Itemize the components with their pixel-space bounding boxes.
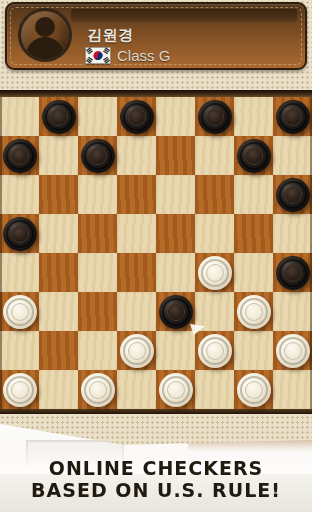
square-32[interactable]	[234, 370, 273, 409]
square-12[interactable]	[273, 175, 312, 214]
black-man[interactable]	[120, 100, 154, 134]
square-r5c3	[78, 253, 117, 292]
player-name: 김원경	[87, 26, 134, 45]
black-man[interactable]	[276, 100, 310, 134]
black-man[interactable]	[159, 295, 193, 329]
square-r8c4	[117, 370, 156, 409]
square-r1c7	[234, 97, 273, 136]
square-r5c1	[0, 253, 39, 292]
black-man[interactable]	[237, 139, 271, 173]
avatar[interactable]	[18, 8, 72, 62]
square-5[interactable]	[0, 136, 39, 175]
board-frame-top	[0, 90, 312, 97]
square-8[interactable]	[234, 136, 273, 175]
square-r5c7	[234, 253, 273, 292]
square-11[interactable]	[195, 175, 234, 214]
square-2[interactable]	[117, 97, 156, 136]
square-6[interactable]	[78, 136, 117, 175]
black-man[interactable]	[198, 100, 232, 134]
square-r8c2	[39, 370, 78, 409]
square-25[interactable]	[39, 331, 78, 370]
board-edge-left	[0, 97, 2, 409]
square-r1c3	[78, 97, 117, 136]
square-23[interactable]	[156, 292, 195, 331]
square-r4c8	[273, 214, 312, 253]
black-man[interactable]	[276, 256, 310, 290]
square-7[interactable]	[156, 136, 195, 175]
square-r8c8	[273, 370, 312, 409]
white-man[interactable]	[237, 295, 271, 329]
square-27[interactable]	[195, 331, 234, 370]
square-17[interactable]	[39, 253, 78, 292]
square-r8c6	[195, 370, 234, 409]
player-class-label: Class G	[117, 47, 170, 64]
square-9[interactable]	[39, 175, 78, 214]
square-r2c6	[195, 136, 234, 175]
square-14[interactable]	[78, 214, 117, 253]
square-1[interactable]	[39, 97, 78, 136]
square-29[interactable]	[0, 370, 39, 409]
square-26[interactable]	[117, 331, 156, 370]
black-man[interactable]	[81, 139, 115, 173]
square-r7c5	[156, 331, 195, 370]
white-man[interactable]	[81, 373, 115, 407]
black-man[interactable]	[276, 178, 310, 212]
square-r3c7	[234, 175, 273, 214]
white-man[interactable]	[198, 334, 232, 368]
square-r7c3	[78, 331, 117, 370]
white-man[interactable]	[237, 373, 271, 407]
square-r6c2	[39, 292, 78, 331]
square-r2c4	[117, 136, 156, 175]
square-18[interactable]	[117, 253, 156, 292]
board-grid	[0, 97, 312, 409]
square-4[interactable]	[273, 97, 312, 136]
square-r7c1	[0, 331, 39, 370]
square-r5c5	[156, 253, 195, 292]
square-19[interactable]	[195, 253, 234, 292]
black-man[interactable]	[3, 217, 37, 251]
header-stripe	[71, 9, 297, 22]
square-30[interactable]	[78, 370, 117, 409]
square-r6c8	[273, 292, 312, 331]
board-edge-right	[310, 97, 312, 409]
square-r4c6	[195, 214, 234, 253]
square-r3c3	[78, 175, 117, 214]
square-r6c6	[195, 292, 234, 331]
square-20[interactable]	[273, 253, 312, 292]
caption-line-1: ONLINE CHECKERS	[0, 457, 312, 479]
player-profile-panel[interactable]: 김원경 Class G	[5, 2, 307, 70]
square-r3c1	[0, 175, 39, 214]
promo-banner: ONLINE CHECKERS BASED ON U.S. RULE!	[0, 410, 312, 512]
white-man[interactable]	[198, 256, 232, 290]
square-r2c8	[273, 136, 312, 175]
white-man[interactable]	[276, 334, 310, 368]
square-31[interactable]	[156, 370, 195, 409]
square-r2c2	[39, 136, 78, 175]
promo-caption: ONLINE CHECKERS BASED ON U.S. RULE!	[0, 457, 312, 501]
white-man[interactable]	[3, 373, 37, 407]
square-r1c1	[0, 97, 39, 136]
square-22[interactable]	[78, 292, 117, 331]
square-r4c2	[39, 214, 78, 253]
black-man[interactable]	[42, 100, 76, 134]
square-21[interactable]	[0, 292, 39, 331]
checkers-board	[0, 90, 312, 414]
square-3[interactable]	[195, 97, 234, 136]
south-korea-flag-icon	[85, 47, 111, 64]
caption-line-2: BASED ON U.S. RULE!	[0, 479, 312, 501]
square-15[interactable]	[156, 214, 195, 253]
square-r3c5	[156, 175, 195, 214]
white-man[interactable]	[3, 295, 37, 329]
square-r6c4	[117, 292, 156, 331]
square-r4c4	[117, 214, 156, 253]
square-10[interactable]	[117, 175, 156, 214]
square-13[interactable]	[0, 214, 39, 253]
white-man[interactable]	[159, 373, 193, 407]
square-16[interactable]	[234, 214, 273, 253]
player-class-row: Class G	[85, 46, 170, 64]
square-r1c5	[156, 97, 195, 136]
square-28[interactable]	[273, 331, 312, 370]
black-man[interactable]	[3, 139, 37, 173]
white-man[interactable]	[120, 334, 154, 368]
board-frame-bottom	[0, 409, 312, 414]
app-screen: 김원경 Class G	[0, 0, 312, 512]
square-r7c7	[234, 331, 273, 370]
square-24[interactable]	[234, 292, 273, 331]
